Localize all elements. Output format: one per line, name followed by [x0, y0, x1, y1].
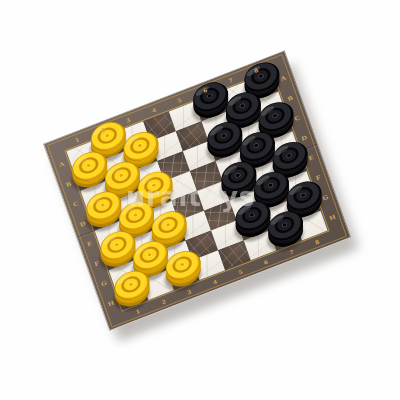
yellow-checker-piece-H1	[111, 275, 154, 314]
checkers-board: AA11BB22CC33DD44EE55FF66GG77HH88	[43, 50, 351, 331]
pieces-layer	[44, 51, 350, 330]
product-photo-scene: AA11BB22CC33DD44EE55FF66GG77HH88 uraltoy…	[0, 0, 400, 400]
yellow-checker-piece-H3	[162, 256, 205, 295]
black-checker-piece-H7	[264, 216, 307, 255]
